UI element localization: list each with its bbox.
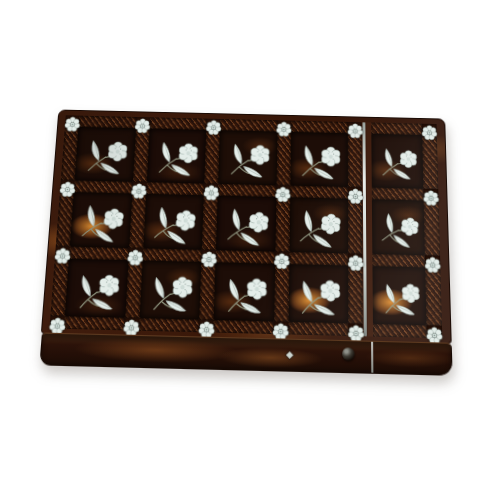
mop-rosette-icon (57, 180, 77, 199)
mop-rosette-icon (62, 115, 82, 133)
mop-rosette-icon (424, 325, 444, 344)
mop-rosette-icon (133, 117, 152, 135)
rosette-node (55, 247, 70, 259)
mop-stud-icon (286, 352, 293, 360)
mop-rosette-icon (346, 254, 365, 274)
mop-rosette-icon (345, 122, 364, 140)
rosette-node (348, 187, 362, 199)
mop-rosette-icon (125, 248, 145, 268)
mop-rosette-icon (272, 252, 292, 272)
card-case (38, 110, 452, 376)
clasp-button (342, 348, 354, 361)
rosette-node (426, 325, 442, 338)
rosette-node (65, 115, 79, 127)
rosette-node (425, 256, 440, 269)
mop-rosette-icon (274, 120, 293, 138)
case-top-face (41, 110, 452, 344)
rosette-node (132, 181, 147, 193)
mop-rosette-icon (420, 124, 439, 142)
rosette-node (206, 119, 220, 131)
rosette-node (277, 120, 291, 132)
rosette-node (136, 117, 150, 129)
rosette-node (124, 318, 139, 331)
rosette-node (128, 248, 143, 260)
gloss-highlight (42, 110, 451, 342)
mop-rosette-icon (129, 181, 149, 200)
rosette-node (273, 321, 288, 334)
mop-rosette-icon (345, 187, 364, 206)
rosette-node (348, 323, 362, 336)
rosette-node (423, 188, 438, 200)
rosette-node (275, 252, 289, 264)
mop-rosette-icon (201, 183, 221, 202)
mop-rosette-icon (52, 247, 73, 267)
rosette-node (276, 185, 290, 197)
photo-background (0, 0, 500, 500)
rosette-node (199, 320, 214, 333)
rosette-node (49, 316, 64, 329)
rosette-node (60, 180, 75, 192)
rosette-node (201, 250, 216, 262)
mop-rosette-icon (204, 119, 223, 137)
rosette-node (422, 124, 437, 136)
rosette-node (348, 254, 362, 267)
mop-rosette-icon (199, 250, 219, 270)
rosette-node (348, 122, 362, 134)
rosette-node (204, 183, 218, 195)
mop-rosette-icon (423, 256, 443, 276)
side-seam-line (371, 342, 373, 373)
mop-rosette-icon (273, 185, 292, 204)
mop-rosette-icon (421, 188, 440, 207)
